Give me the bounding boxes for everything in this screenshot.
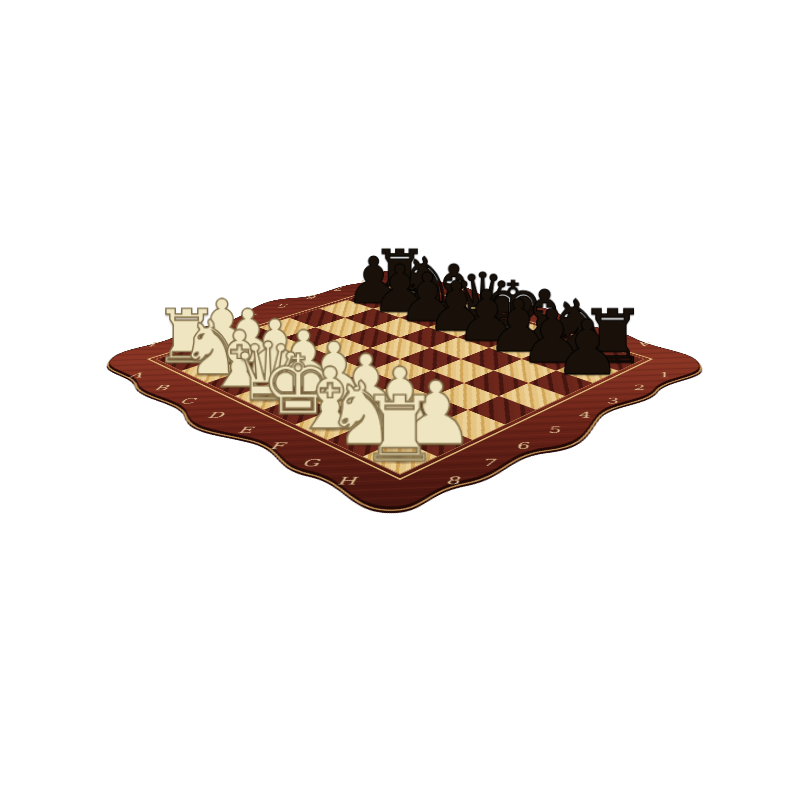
photo-background: HGFEDCBA 87654321 12345678 ABCDEFGH ♜♞♝♛… — [0, 0, 800, 800]
chessboard-scene: HGFEDCBA 87654321 12345678 ABCDEFGH ♜♞♝♛… — [0, 0, 800, 800]
chessboard: HGFEDCBA 87654321 12345678 ABCDEFGH ♜♞♝♛… — [54, 259, 747, 544]
coord-label-8: 8 — [352, 276, 379, 287]
coord-label-7: 7 — [325, 283, 354, 294]
